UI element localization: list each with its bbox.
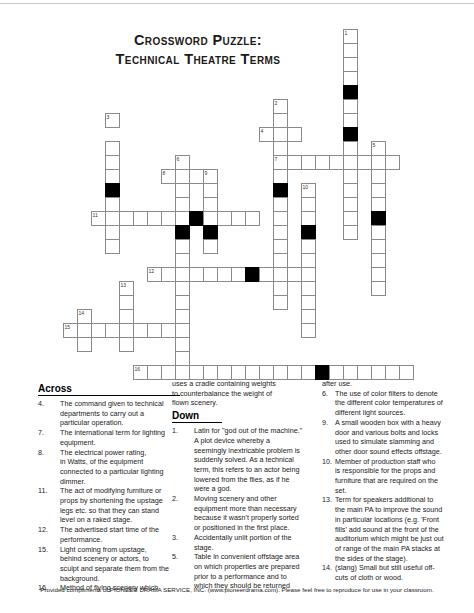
answer-cell-12-22[interactable] — [371, 197, 386, 212]
answer-cell-24-16[interactable] — [287, 365, 302, 380]
answer-cell-15-22[interactable] — [371, 239, 386, 254]
answer-cell-24-24[interactable] — [399, 365, 414, 380]
clue-text: A small wooden box with a heavy door and… — [335, 418, 470, 457]
clue-item-12: 12.The advertised start time of the perf… — [38, 525, 180, 544]
grid-number-6: 6 — [177, 157, 180, 162]
clue-text: The command given to technical departmen… — [60, 399, 180, 428]
crossword-page: Crossword Puzzle: Technical Theatre Term… — [0, 0, 474, 613]
answer-cell-17-16[interactable] — [287, 267, 302, 282]
clue-column-0: Across4.The command given to technical d… — [38, 383, 180, 593]
answer-cell-19-8[interactable] — [175, 295, 190, 310]
clue-number: 3. — [172, 533, 194, 552]
answer-cell-21-17[interactable] — [301, 323, 316, 338]
clue-list-header-down: Down — [172, 410, 222, 423]
answer-cell-13-15[interactable] — [273, 211, 288, 226]
answer-cell-8-3[interactable] — [105, 141, 120, 156]
answer-cell-1-20[interactable] — [343, 43, 358, 58]
answer-cell-21-3[interactable] — [105, 323, 120, 338]
grid-number-13: 13 — [121, 283, 127, 288]
answer-cell-24-12[interactable] — [231, 365, 246, 380]
clue-text: The act of modifying furniture or props … — [60, 486, 180, 525]
clue-item-3: 3.Accidentally unlit portion of the stag… — [172, 533, 322, 552]
answer-cell-16-8[interactable] — [175, 253, 190, 268]
clue-item-4: 4.The command given to technical departm… — [38, 399, 180, 428]
answer-cell-21-7[interactable] — [161, 323, 176, 338]
black-cell-11-3 — [105, 183, 120, 198]
black-cell-13-22 — [371, 211, 386, 226]
answer-cell-15-15[interactable] — [273, 239, 288, 254]
answer-cell-13-10[interactable] — [203, 211, 218, 226]
answer-cell-9-16[interactable] — [287, 155, 302, 170]
footer-credit: Provided compliments of PIONEER DRAMA SE… — [0, 586, 474, 594]
answer-cell-10-9[interactable] — [189, 169, 204, 184]
black-cell-14-8 — [175, 225, 190, 240]
answer-cell-6-15[interactable] — [273, 113, 288, 128]
black-cell-24-18 — [315, 365, 330, 380]
answer-cell-20-8[interactable] — [175, 309, 190, 324]
answer-cell-21-8[interactable] — [175, 323, 190, 338]
answer-cell-24-13[interactable] — [245, 365, 260, 380]
clue-column-2: after use.6.The use of color filters to … — [322, 379, 470, 583]
answer-cell-24-17[interactable] — [301, 365, 316, 380]
grid-number-7: 7 — [275, 157, 278, 162]
answer-cell-16-22[interactable] — [371, 253, 386, 268]
answer-cell-14-22[interactable] — [371, 225, 386, 240]
answer-cell-10-22[interactable] — [371, 169, 386, 184]
answer-cell-8-20[interactable] — [343, 141, 358, 156]
answer-cell-14-3[interactable] — [105, 225, 120, 240]
answer-cell-13-6[interactable] — [147, 211, 162, 226]
answer-cell-17-15[interactable] — [273, 267, 288, 282]
answer-cell-23-8[interactable] — [175, 351, 190, 366]
clue-text: Accidentally unlit portion of the stage. — [194, 533, 322, 552]
answer-cell-17-17[interactable] — [301, 267, 316, 282]
grid-number-4: 4 — [261, 129, 264, 134]
crossword-grid: 12345678910111213141516 — [63, 29, 415, 381]
clue-text: Latin for "god out of the machine." A pl… — [194, 426, 322, 494]
clue-column-1: uses a cradle containing weights to coun… — [172, 379, 322, 591]
answer-cell-17-7[interactable] — [161, 267, 176, 282]
clue-text: (slang) Small but still useful off- cuts… — [335, 563, 470, 582]
answer-cell-24-15[interactable] — [273, 365, 288, 380]
answer-cell-13-7[interactable] — [161, 211, 176, 226]
answer-cell-13-4[interactable] — [119, 211, 134, 226]
clue-item-9: 9.A small wooden box with a heavy door a… — [322, 418, 470, 457]
answer-cell-19-4[interactable] — [119, 295, 134, 310]
answer-cell-15-3[interactable] — [105, 239, 120, 254]
answer-cell-9-21[interactable] — [357, 155, 372, 170]
answer-cell-24-6[interactable] — [147, 365, 162, 380]
answer-cell-24-14[interactable] — [259, 365, 274, 380]
answer-cell-9-19[interactable] — [329, 155, 344, 170]
clue-text: Term for speakers additional to the main… — [335, 495, 470, 563]
answer-cell-14-15[interactable] — [273, 225, 288, 240]
answer-cell-16-15[interactable] — [273, 253, 288, 268]
black-cell-11-15 — [273, 183, 288, 198]
answer-cell-2-20[interactable] — [343, 57, 358, 72]
clue-number: 13. — [322, 495, 335, 563]
black-cell-7-20 — [343, 127, 358, 142]
answer-cell-9-22[interactable] — [371, 155, 386, 170]
grid-number-2: 2 — [275, 101, 278, 106]
answer-cell-12-20[interactable] — [343, 197, 358, 212]
clue-item-8: 8.The electrical power rating, in Watts,… — [38, 448, 180, 487]
answer-cell-13-17[interactable] — [301, 211, 316, 226]
clue-continuation-text: uses a cradle containing weights to coun… — [172, 379, 322, 408]
answer-cell-10-20[interactable] — [343, 169, 358, 184]
clue-number: 14. — [322, 563, 335, 582]
answer-cell-20-17[interactable] — [301, 309, 316, 324]
clue-number: 9. — [322, 418, 335, 457]
grid-number-16: 16 — [135, 367, 141, 372]
answer-cell-24-22[interactable] — [371, 365, 386, 380]
answer-cell-17-10[interactable] — [203, 267, 218, 282]
answer-cell-11-10[interactable] — [203, 183, 218, 198]
black-cell-14-17 — [301, 225, 316, 240]
grid-number-10: 10 — [303, 185, 309, 190]
answer-cell-24-19[interactable] — [329, 365, 344, 380]
clue-list-header-across: Across — [38, 383, 180, 396]
answer-cell-18-17[interactable] — [301, 281, 316, 296]
clue-number: 11. — [38, 486, 60, 525]
answer-cell-17-11[interactable] — [217, 267, 232, 282]
clue-item-2: 2.Moving scenery and other equipment mor… — [172, 494, 322, 533]
answer-cell-9-17[interactable] — [301, 155, 316, 170]
answer-cell-22-4[interactable] — [119, 337, 134, 352]
clue-item-11: 11.The act of modifying furniture or pro… — [38, 486, 180, 525]
answer-cell-7-16[interactable] — [287, 127, 302, 142]
answer-cell-17-14[interactable] — [259, 267, 274, 282]
grid-number-15: 15 — [65, 325, 71, 330]
clue-item-13: 13.Term for speakers additional to the m… — [322, 495, 470, 563]
answer-cell-15-8[interactable] — [175, 239, 190, 254]
answer-cell-24-9[interactable] — [189, 365, 204, 380]
answer-cell-24-23[interactable] — [385, 365, 400, 380]
answer-cell-16-17[interactable] — [301, 253, 316, 268]
answer-cell-24-8[interactable] — [175, 365, 190, 380]
clue-continuation-text: after use. — [322, 379, 470, 389]
answer-cell-21-6[interactable] — [147, 323, 162, 338]
clue-text: The international term for lighting equi… — [60, 428, 180, 447]
clue-text: Moving scenery and other equipment more … — [194, 494, 322, 533]
black-cell-4-20 — [343, 85, 358, 100]
answer-cell-3-20[interactable] — [343, 71, 358, 86]
answer-cell-24-21[interactable] — [357, 365, 372, 380]
clue-number: 10. — [322, 457, 335, 496]
answer-cell-21-1[interactable] — [77, 323, 92, 338]
clue-number: 6. — [322, 389, 335, 418]
grid-number-9: 9 — [205, 171, 208, 176]
answer-cell-13-13[interactable] — [245, 211, 260, 226]
answer-cell-21-2[interactable] — [91, 323, 106, 338]
answer-cell-13-20[interactable] — [343, 211, 358, 226]
answer-cell-8-15[interactable] — [273, 141, 288, 156]
clue-item-1: 1.Latin for "god out of the machine." A … — [172, 426, 322, 494]
answer-cell-9-23[interactable] — [385, 155, 400, 170]
grid-number-3: 3 — [107, 115, 110, 120]
clue-number: 2. — [172, 494, 194, 533]
clue-number: 8. — [38, 448, 60, 487]
grid-number-1: 1 — [345, 31, 348, 36]
black-cell-14-10 — [203, 225, 218, 240]
answer-cell-12-17[interactable] — [301, 197, 316, 212]
clue-number: 1. — [172, 426, 194, 494]
answer-cell-24-11[interactable] — [217, 365, 232, 380]
answer-cell-10-8[interactable] — [175, 169, 190, 184]
answer-cell-15-10[interactable] — [203, 239, 218, 254]
answer-cell-18-15[interactable] — [273, 281, 288, 296]
answer-cell-13-11[interactable] — [217, 211, 232, 226]
answer-cell-17-22[interactable] — [371, 267, 386, 282]
clue-text: Light coming from upstage, behind scener… — [60, 545, 180, 584]
answer-cell-10-3[interactable] — [105, 169, 120, 184]
answer-cell-17-9[interactable] — [189, 267, 204, 282]
answer-cell-9-20[interactable] — [343, 155, 358, 170]
answer-cell-17-8[interactable] — [175, 267, 190, 282]
answer-cell-18-22[interactable] — [371, 281, 386, 296]
answer-cell-15-17[interactable] — [301, 239, 316, 254]
answer-cell-24-20[interactable] — [343, 365, 358, 380]
answer-cell-19-15[interactable] — [273, 295, 288, 310]
grid-number-11: 11 — [93, 213, 98, 218]
answer-cell-7-15[interactable] — [273, 127, 288, 142]
clue-text: The electrical power rating, in Watts, o… — [60, 448, 180, 487]
answer-cell-12-8[interactable] — [175, 197, 190, 212]
answer-cell-21-5[interactable] — [133, 323, 148, 338]
answer-cell-12-10[interactable] — [203, 197, 218, 212]
grid-number-12: 12 — [149, 269, 155, 274]
clue-item-7: 7.The international term for lighting eq… — [38, 428, 180, 447]
answer-cell-24-10[interactable] — [203, 365, 218, 380]
answer-cell-13-12[interactable] — [231, 211, 246, 226]
clue-item-14: 14.(slang) Small but still useful off- c… — [322, 563, 470, 582]
answer-cell-18-8[interactable] — [175, 281, 190, 296]
answer-cell-11-20[interactable] — [343, 183, 358, 198]
answer-cell-11-22[interactable] — [371, 183, 386, 198]
page-top-rule — [0, 3, 474, 4]
grid-number-14: 14 — [79, 311, 85, 316]
answer-cell-9-3[interactable] — [105, 155, 120, 170]
answer-cell-13-3[interactable] — [105, 211, 120, 226]
answer-cell-12-15[interactable] — [273, 197, 288, 212]
answer-cell-14-20[interactable] — [343, 225, 358, 240]
answer-cell-19-17[interactable] — [301, 295, 316, 310]
answer-cell-22-1[interactable] — [77, 337, 92, 352]
clue-number: 7. — [38, 428, 60, 447]
answer-cell-22-8[interactable] — [175, 337, 190, 352]
grid-number-8: 8 — [163, 171, 166, 176]
clue-item-15: 15.Light coming from upstage, behind sce… — [38, 545, 180, 584]
answer-cell-13-5[interactable] — [133, 211, 148, 226]
answer-cell-12-3[interactable] — [105, 197, 120, 212]
answer-cell-10-15[interactable] — [273, 169, 288, 184]
answer-cell-17-12[interactable] — [231, 267, 246, 282]
clue-item-10: 10.Member of production staff who is res… — [322, 457, 470, 496]
black-cell-13-9 — [189, 211, 204, 226]
answer-cell-13-8[interactable] — [175, 211, 190, 226]
black-cell-17-13 — [245, 267, 260, 282]
clue-text: Member of production staff who is respon… — [335, 457, 470, 496]
clue-item-6: 6.The use of color filters to denote the… — [322, 389, 470, 418]
clue-number: 4. — [38, 399, 60, 428]
answer-cell-20-4[interactable] — [119, 309, 134, 324]
answer-cell-9-18[interactable] — [315, 155, 330, 170]
clue-number: 12. — [38, 525, 60, 544]
answer-cell-21-4[interactable] — [119, 323, 134, 338]
answer-cell-24-7[interactable] — [161, 365, 176, 380]
answer-cell-6-20[interactable] — [343, 113, 358, 128]
clue-number: 15. — [38, 545, 60, 584]
clue-text: The advertised start time of the perform… — [60, 525, 180, 544]
clue-text: The use of color filters to denote the d… — [335, 389, 470, 418]
answer-cell-5-20[interactable] — [343, 99, 358, 114]
answer-cell-11-8[interactable] — [175, 183, 190, 198]
grid-number-5: 5 — [373, 143, 376, 148]
